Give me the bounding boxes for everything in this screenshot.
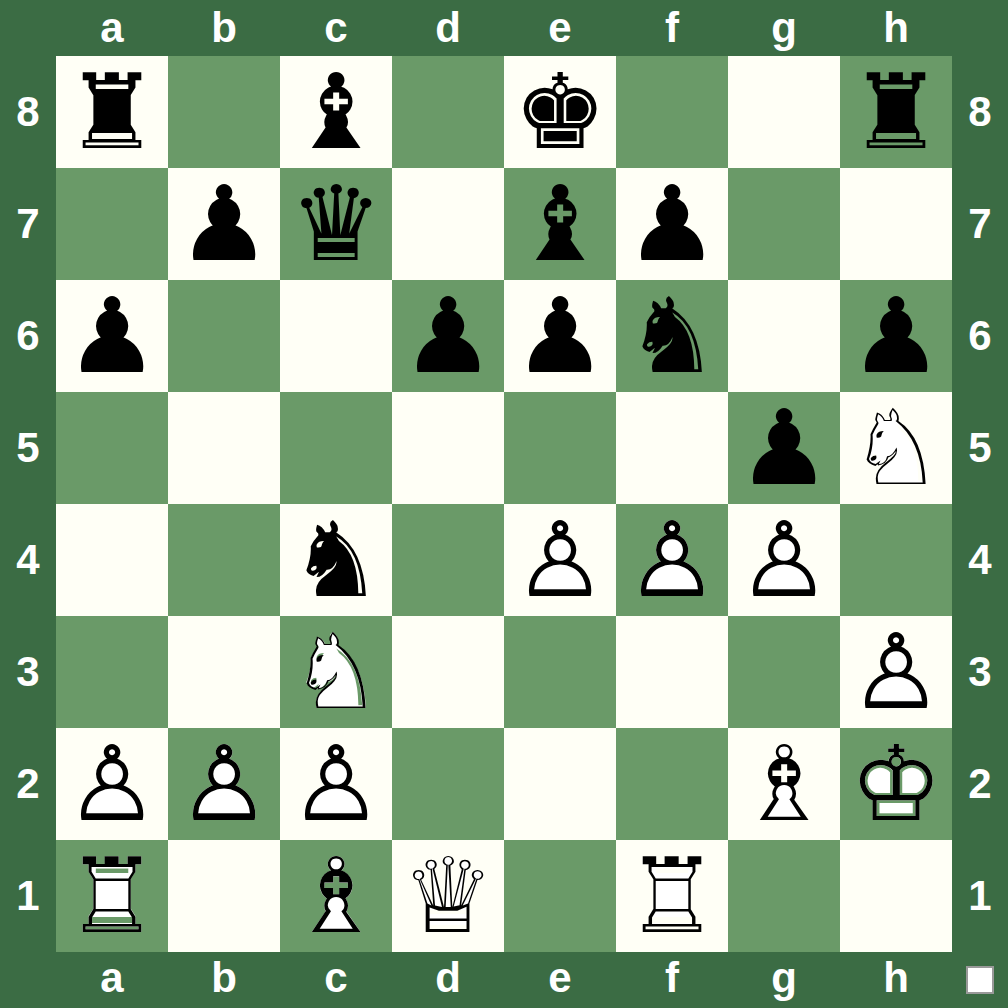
- pawn-glyph: ♟: [840, 280, 952, 392]
- pawn-outline-glyph: ♙: [56, 728, 168, 840]
- square-h3[interactable]: ♟♙: [840, 616, 952, 728]
- black-pawn-e6[interactable]: ♟: [504, 280, 616, 392]
- pawn-glyph: ♟: [616, 168, 728, 280]
- rank-label-6: 6: [0, 280, 56, 392]
- square-g5[interactable]: ♟: [728, 392, 840, 504]
- black-king-e8[interactable]: ♚: [504, 56, 616, 168]
- square-b5[interactable]: [168, 392, 280, 504]
- square-c7[interactable]: ♛: [280, 168, 392, 280]
- file-label-b: b: [168, 0, 280, 56]
- rank-label-7: 7: [0, 168, 56, 280]
- black-knight-f6[interactable]: ♞: [616, 280, 728, 392]
- file-label-b: b: [168, 952, 280, 1008]
- file-label-d: d: [392, 952, 504, 1008]
- file-label-g: g: [728, 0, 840, 56]
- file-label-d: d: [392, 0, 504, 56]
- square-d5[interactable]: [392, 392, 504, 504]
- square-c6[interactable]: [280, 280, 392, 392]
- rank-label-4: 4: [952, 504, 1008, 616]
- square-f2[interactable]: [616, 728, 728, 840]
- black-pawn-f7[interactable]: ♟: [616, 168, 728, 280]
- square-c8[interactable]: ♝: [280, 56, 392, 168]
- black-pawn-a6[interactable]: ♟: [56, 280, 168, 392]
- white-pawn-c2[interactable]: ♟♙: [280, 728, 392, 840]
- knight-glyph: ♞: [616, 280, 728, 392]
- bishop-outline-glyph: ♗: [728, 728, 840, 840]
- square-b1[interactable]: [168, 840, 280, 952]
- pawn-glyph: ♟: [56, 280, 168, 392]
- square-a4[interactable]: [56, 504, 168, 616]
- white-pawn-h3[interactable]: ♟♙: [840, 616, 952, 728]
- rank-label-5: 5: [952, 392, 1008, 504]
- pawn-outline-glyph: ♙: [840, 616, 952, 728]
- rank-label-2: 2: [952, 728, 1008, 840]
- rank-label-3: 3: [952, 616, 1008, 728]
- square-b8[interactable]: [168, 56, 280, 168]
- file-label-g: g: [728, 952, 840, 1008]
- square-h1[interactable]: [840, 840, 952, 952]
- file-label-e: e: [504, 952, 616, 1008]
- rook-glyph: ♜: [56, 56, 168, 168]
- file-label-a: a: [56, 0, 168, 56]
- pawn-outline-glyph: ♙: [728, 504, 840, 616]
- square-d2[interactable]: [392, 728, 504, 840]
- rank-label-5: 5: [0, 392, 56, 504]
- square-g2[interactable]: ♝♗: [728, 728, 840, 840]
- square-f3[interactable]: [616, 616, 728, 728]
- square-b7[interactable]: ♟: [168, 168, 280, 280]
- rank-label-6: 6: [952, 280, 1008, 392]
- square-g6[interactable]: [728, 280, 840, 392]
- square-c5[interactable]: [280, 392, 392, 504]
- square-c3[interactable]: ♞♘: [280, 616, 392, 728]
- rank-label-8: 8: [952, 56, 1008, 168]
- square-d7[interactable]: [392, 168, 504, 280]
- white-queen-d1[interactable]: ♛♕: [392, 840, 504, 952]
- file-labels-top: abcdefgh: [56, 0, 952, 56]
- square-d6[interactable]: ♟: [392, 280, 504, 392]
- file-label-f: f: [616, 0, 728, 56]
- rook-outline-glyph: ♖: [616, 840, 728, 952]
- square-b2[interactable]: ♟♙: [168, 728, 280, 840]
- square-f8[interactable]: [616, 56, 728, 168]
- square-h2[interactable]: ♚♔: [840, 728, 952, 840]
- square-b4[interactable]: [168, 504, 280, 616]
- file-label-a: a: [56, 952, 168, 1008]
- rank-label-3: 3: [0, 616, 56, 728]
- file-label-f: f: [616, 952, 728, 1008]
- square-a1[interactable]: ♜♖: [56, 840, 168, 952]
- square-a6[interactable]: ♟: [56, 280, 168, 392]
- black-pawn-g5[interactable]: ♟: [728, 392, 840, 504]
- white-square-icon: [966, 966, 994, 994]
- knight-outline-glyph: ♘: [280, 616, 392, 728]
- white-knight-c3[interactable]: ♞♘: [280, 616, 392, 728]
- pawn-glyph: ♟: [392, 280, 504, 392]
- file-label-c: c: [280, 952, 392, 1008]
- square-a5[interactable]: [56, 392, 168, 504]
- black-pawn-b7[interactable]: ♟: [168, 168, 280, 280]
- black-bishop-c8[interactable]: ♝: [280, 56, 392, 168]
- square-g7[interactable]: [728, 168, 840, 280]
- chess-board: ♜♝♚♜♟♛♝♟♟♟♟♞♟♟♞♘♞♟♙♟♙♟♙♞♘♟♙♟♙♟♙♟♙♝♗♚♔♜♖♝…: [56, 56, 952, 952]
- queen-outline-glyph: ♕: [392, 840, 504, 952]
- square-g3[interactable]: [728, 616, 840, 728]
- white-pawn-f4[interactable]: ♟♙: [616, 504, 728, 616]
- rank-label-7: 7: [952, 168, 1008, 280]
- rank-labels-left: 87654321: [0, 56, 56, 952]
- square-f7[interactable]: ♟: [616, 168, 728, 280]
- file-label-e: e: [504, 0, 616, 56]
- bishop-outline-glyph: ♗: [280, 840, 392, 952]
- pawn-glyph: ♟: [168, 168, 280, 280]
- square-h7[interactable]: [840, 168, 952, 280]
- king-outline-glyph: ♔: [840, 728, 952, 840]
- square-g8[interactable]: [728, 56, 840, 168]
- bishop-glyph: ♝: [504, 168, 616, 280]
- white-bishop-c1[interactable]: ♝♗: [280, 840, 392, 952]
- square-b3[interactable]: [168, 616, 280, 728]
- square-h6[interactable]: ♟: [840, 280, 952, 392]
- black-queen-c7[interactable]: ♛: [280, 168, 392, 280]
- square-a7[interactable]: [56, 168, 168, 280]
- rook-glyph: ♜: [840, 56, 952, 168]
- black-rook-h8[interactable]: ♜: [840, 56, 952, 168]
- pawn-glyph: ♟: [728, 392, 840, 504]
- white-rook-a1[interactable]: ♜♖: [56, 840, 168, 952]
- white-bishop-g2[interactable]: ♝♗: [728, 728, 840, 840]
- rank-label-1: 1: [0, 840, 56, 952]
- square-h5[interactable]: ♞♘: [840, 392, 952, 504]
- black-knight-c4[interactable]: ♞: [280, 504, 392, 616]
- square-c4[interactable]: ♞: [280, 504, 392, 616]
- white-rook-f1[interactable]: ♜♖: [616, 840, 728, 952]
- pawn-outline-glyph: ♙: [280, 728, 392, 840]
- square-h4[interactable]: [840, 504, 952, 616]
- square-a3[interactable]: [56, 616, 168, 728]
- pawn-outline-glyph: ♙: [504, 504, 616, 616]
- file-label-h: h: [840, 0, 952, 56]
- square-e5[interactable]: [504, 392, 616, 504]
- rank-label-8: 8: [0, 56, 56, 168]
- square-e6[interactable]: ♟: [504, 280, 616, 392]
- square-d1[interactable]: ♛♕: [392, 840, 504, 952]
- square-e3[interactable]: [504, 616, 616, 728]
- pawn-outline-glyph: ♙: [616, 504, 728, 616]
- knight-glyph: ♞: [280, 504, 392, 616]
- file-label-h: h: [840, 952, 952, 1008]
- square-f4[interactable]: ♟♙: [616, 504, 728, 616]
- black-rook-a8[interactable]: ♜: [56, 56, 168, 168]
- square-h8[interactable]: ♜: [840, 56, 952, 168]
- square-a8[interactable]: ♜: [56, 56, 168, 168]
- square-a2[interactable]: ♟♙: [56, 728, 168, 840]
- square-c2[interactable]: ♟♙: [280, 728, 392, 840]
- square-e8[interactable]: ♚: [504, 56, 616, 168]
- black-bishop-e7[interactable]: ♝: [504, 168, 616, 280]
- white-pawn-a2[interactable]: ♟♙: [56, 728, 168, 840]
- square-b6[interactable]: [168, 280, 280, 392]
- square-e2[interactable]: [504, 728, 616, 840]
- square-f1[interactable]: ♜♖: [616, 840, 728, 952]
- pawn-outline-glyph: ♙: [168, 728, 280, 840]
- rank-labels-right: 87654321: [952, 56, 1008, 952]
- rank-label-2: 2: [0, 728, 56, 840]
- white-knight-h5[interactable]: ♞♘: [840, 392, 952, 504]
- square-f5[interactable]: [616, 392, 728, 504]
- black-pawn-d6[interactable]: ♟: [392, 280, 504, 392]
- square-e7[interactable]: ♝: [504, 168, 616, 280]
- bishop-glyph: ♝: [280, 56, 392, 168]
- square-d4[interactable]: [392, 504, 504, 616]
- square-g1[interactable]: [728, 840, 840, 952]
- white-king-h2[interactable]: ♚♔: [840, 728, 952, 840]
- knight-outline-glyph: ♘: [840, 392, 952, 504]
- square-e4[interactable]: ♟♙: [504, 504, 616, 616]
- square-d3[interactable]: [392, 616, 504, 728]
- square-e1[interactable]: [504, 840, 616, 952]
- rank-label-1: 1: [952, 840, 1008, 952]
- white-pawn-e4[interactable]: ♟♙: [504, 504, 616, 616]
- square-c1[interactable]: ♝♗: [280, 840, 392, 952]
- square-d8[interactable]: [392, 56, 504, 168]
- square-g4[interactable]: ♟♙: [728, 504, 840, 616]
- rook-outline-glyph: ♖: [56, 840, 168, 952]
- file-label-c: c: [280, 0, 392, 56]
- chess-board-frame: abcdefgh 87654321 87654321 abcdefgh ♜♝♚♜…: [0, 0, 1008, 1008]
- pawn-glyph: ♟: [504, 280, 616, 392]
- square-f6[interactable]: ♞: [616, 280, 728, 392]
- white-pawn-b2[interactable]: ♟♙: [168, 728, 280, 840]
- white-pawn-g4[interactable]: ♟♙: [728, 504, 840, 616]
- black-pawn-h6[interactable]: ♟: [840, 280, 952, 392]
- file-labels-bottom: abcdefgh: [56, 952, 952, 1008]
- rank-label-4: 4: [0, 504, 56, 616]
- queen-glyph: ♛: [280, 168, 392, 280]
- king-glyph: ♚: [504, 56, 616, 168]
